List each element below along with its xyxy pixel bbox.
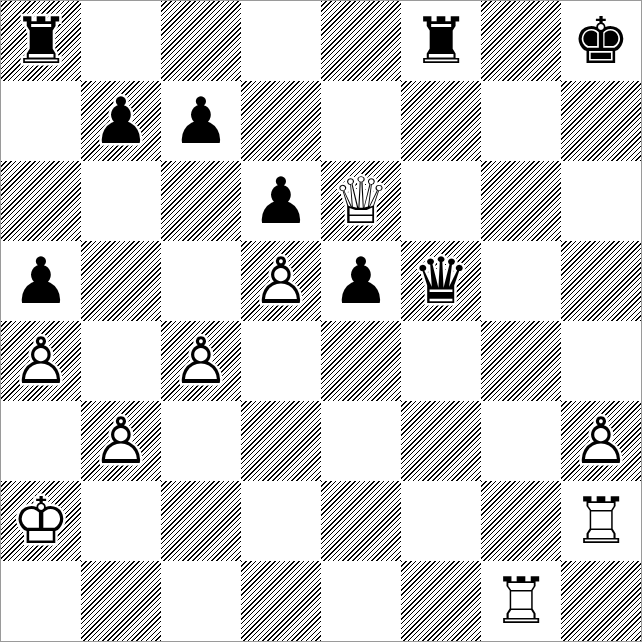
white-king-a2: ♚♔ bbox=[1, 481, 81, 561]
square-d3[interactable] bbox=[241, 401, 321, 481]
white-pawn-glyph: ♙ bbox=[92, 401, 149, 481]
white-pawn-glyph: ♙ bbox=[12, 321, 69, 401]
white-queen-e6: ♛♕ bbox=[321, 161, 401, 241]
square-f5[interactable]: ♛♛ bbox=[401, 241, 481, 321]
square-a1[interactable] bbox=[1, 561, 81, 641]
black-pawn-glyph: ♟ bbox=[12, 241, 69, 321]
square-a8[interactable]: ♜♜ bbox=[1, 1, 81, 81]
square-e3[interactable] bbox=[321, 401, 401, 481]
square-f4[interactable] bbox=[401, 321, 481, 401]
black-pawn-glyph: ♟ bbox=[252, 161, 309, 241]
square-c2[interactable] bbox=[161, 481, 241, 561]
square-f1[interactable] bbox=[401, 561, 481, 641]
square-d6[interactable]: ♟♟ bbox=[241, 161, 321, 241]
white-queen-glyph: ♕ bbox=[332, 161, 389, 241]
square-g2[interactable] bbox=[481, 481, 561, 561]
square-d5[interactable]: ♟♙ bbox=[241, 241, 321, 321]
black-pawn-d6: ♟♟ bbox=[241, 161, 321, 241]
black-rook-a8: ♜♜ bbox=[1, 1, 81, 81]
black-pawn-b7: ♟♟ bbox=[81, 81, 161, 161]
black-pawn-glyph: ♟ bbox=[332, 241, 389, 321]
white-rook-g1: ♜♖ bbox=[481, 561, 561, 641]
square-g1[interactable]: ♜♖ bbox=[481, 561, 561, 641]
square-h1[interactable] bbox=[561, 561, 641, 641]
black-rook-glyph: ♜ bbox=[12, 1, 69, 81]
black-queen-glyph: ♛ bbox=[412, 241, 469, 321]
square-e1[interactable] bbox=[321, 561, 401, 641]
square-c6[interactable] bbox=[161, 161, 241, 241]
black-rook-glyph: ♜ bbox=[412, 1, 469, 81]
square-h3[interactable]: ♟♙ bbox=[561, 401, 641, 481]
square-b4[interactable] bbox=[81, 321, 161, 401]
white-rook-glyph: ♖ bbox=[572, 481, 629, 561]
square-f6[interactable] bbox=[401, 161, 481, 241]
white-pawn-h3: ♟♙ bbox=[561, 401, 641, 481]
square-a2[interactable]: ♚♔ bbox=[1, 481, 81, 561]
square-b5[interactable] bbox=[81, 241, 161, 321]
square-f3[interactable] bbox=[401, 401, 481, 481]
square-b1[interactable] bbox=[81, 561, 161, 641]
square-c4[interactable]: ♟♙ bbox=[161, 321, 241, 401]
square-e7[interactable] bbox=[321, 81, 401, 161]
square-e6[interactable]: ♛♕ bbox=[321, 161, 401, 241]
square-c5[interactable] bbox=[161, 241, 241, 321]
square-c3[interactable] bbox=[161, 401, 241, 481]
square-d8[interactable] bbox=[241, 1, 321, 81]
white-king-glyph: ♔ bbox=[12, 481, 69, 561]
chess-board: ♜♜♜♜♚♚♟♟♟♟♟♟♛♕♟♟♟♙♟♟♛♛♟♙♟♙♟♙♟♙♚♔♜♖♜♖ bbox=[0, 0, 642, 642]
black-pawn-glyph: ♟ bbox=[172, 81, 229, 161]
black-pawn-c7: ♟♟ bbox=[161, 81, 241, 161]
square-b8[interactable] bbox=[81, 1, 161, 81]
white-pawn-b3: ♟♙ bbox=[81, 401, 161, 481]
black-king-glyph: ♚ bbox=[572, 1, 629, 81]
square-d2[interactable] bbox=[241, 481, 321, 561]
square-g6[interactable] bbox=[481, 161, 561, 241]
square-b7[interactable]: ♟♟ bbox=[81, 81, 161, 161]
square-b3[interactable]: ♟♙ bbox=[81, 401, 161, 481]
square-e8[interactable] bbox=[321, 1, 401, 81]
square-d1[interactable] bbox=[241, 561, 321, 641]
square-d4[interactable] bbox=[241, 321, 321, 401]
square-d7[interactable] bbox=[241, 81, 321, 161]
square-h5[interactable] bbox=[561, 241, 641, 321]
square-h8[interactable]: ♚♚ bbox=[561, 1, 641, 81]
square-h2[interactable]: ♜♖ bbox=[561, 481, 641, 561]
white-pawn-glyph: ♙ bbox=[172, 321, 229, 401]
white-rook-h2: ♜♖ bbox=[561, 481, 641, 561]
white-pawn-c4: ♟♙ bbox=[161, 321, 241, 401]
white-pawn-d5: ♟♙ bbox=[241, 241, 321, 321]
square-a6[interactable] bbox=[1, 161, 81, 241]
black-pawn-glyph: ♟ bbox=[92, 81, 149, 161]
square-f7[interactable] bbox=[401, 81, 481, 161]
square-e4[interactable] bbox=[321, 321, 401, 401]
black-pawn-a5: ♟♟ bbox=[1, 241, 81, 321]
square-e2[interactable] bbox=[321, 481, 401, 561]
black-rook-f8: ♜♜ bbox=[401, 1, 481, 81]
square-a5[interactable]: ♟♟ bbox=[1, 241, 81, 321]
black-pawn-e5: ♟♟ bbox=[321, 241, 401, 321]
square-f8[interactable]: ♜♜ bbox=[401, 1, 481, 81]
square-g4[interactable] bbox=[481, 321, 561, 401]
square-f2[interactable] bbox=[401, 481, 481, 561]
black-king-h8: ♚♚ bbox=[561, 1, 641, 81]
square-c8[interactable] bbox=[161, 1, 241, 81]
square-e5[interactable]: ♟♟ bbox=[321, 241, 401, 321]
white-pawn-a4: ♟♙ bbox=[1, 321, 81, 401]
square-h7[interactable] bbox=[561, 81, 641, 161]
square-b6[interactable] bbox=[81, 161, 161, 241]
square-g7[interactable] bbox=[481, 81, 561, 161]
square-a4[interactable]: ♟♙ bbox=[1, 321, 81, 401]
square-b2[interactable] bbox=[81, 481, 161, 561]
white-rook-glyph: ♖ bbox=[492, 561, 549, 641]
square-c7[interactable]: ♟♟ bbox=[161, 81, 241, 161]
square-h6[interactable] bbox=[561, 161, 641, 241]
square-g5[interactable] bbox=[481, 241, 561, 321]
square-c1[interactable] bbox=[161, 561, 241, 641]
black-queen-f5: ♛♛ bbox=[401, 241, 481, 321]
square-a3[interactable] bbox=[1, 401, 81, 481]
square-h4[interactable] bbox=[561, 321, 641, 401]
square-g8[interactable] bbox=[481, 1, 561, 81]
square-a7[interactable] bbox=[1, 81, 81, 161]
white-pawn-glyph: ♙ bbox=[252, 241, 309, 321]
square-g3[interactable] bbox=[481, 401, 561, 481]
white-pawn-glyph: ♙ bbox=[572, 401, 629, 481]
